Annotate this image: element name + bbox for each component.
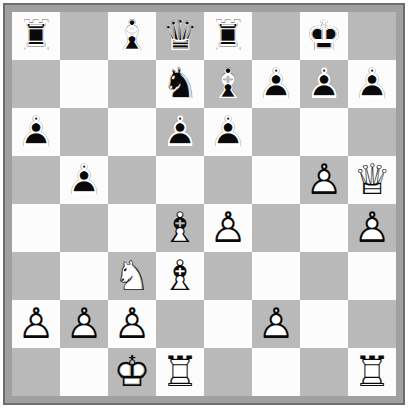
- square-e1[interactable]: [204, 348, 252, 396]
- piece-glyph-fill: ♟: [252, 60, 300, 108]
- piece-glyph-outline: ♘: [108, 252, 156, 300]
- piece-glyph-outline: ♔: [108, 348, 156, 396]
- piece-white-pawn[interactable]: ♟♙: [300, 156, 348, 204]
- square-e3[interactable]: [204, 252, 252, 300]
- piece-white-rook[interactable]: ♜♖: [156, 348, 204, 396]
- piece-glyph-fill: ♞: [108, 252, 156, 300]
- piece-white-bishop[interactable]: ♝♗: [156, 204, 204, 252]
- square-g6[interactable]: [300, 108, 348, 156]
- piece-glyph-outline: ♕: [156, 12, 204, 60]
- square-c5[interactable]: [108, 156, 156, 204]
- square-f1[interactable]: [252, 348, 300, 396]
- piece-glyph-fill: ♟: [204, 204, 252, 252]
- piece-glyph-fill: ♟: [108, 300, 156, 348]
- piece-glyph-outline: ♙: [60, 156, 108, 204]
- square-g7[interactable]: ♟♙: [300, 60, 348, 108]
- piece-glyph-fill: ♛: [348, 156, 396, 204]
- chess-board: ♜♖♝♗♛♕♜♖♚♔♞♘♝♗♟♙♟♙♟♙♟♙♟♙♟♙♟♙♟♙♛♕♝♗♟♙♟♙♞♘…: [12, 12, 396, 396]
- piece-glyph-fill: ♝: [156, 204, 204, 252]
- piece-glyph-fill: ♝: [108, 12, 156, 60]
- piece-white-pawn[interactable]: ♟♙: [12, 300, 60, 348]
- piece-glyph-outline: ♖: [204, 12, 252, 60]
- square-b4[interactable]: [60, 204, 108, 252]
- square-h4[interactable]: ♟♙: [348, 204, 396, 252]
- piece-glyph-fill: ♞: [156, 60, 204, 108]
- square-e8[interactable]: ♜♖: [204, 12, 252, 60]
- square-d1[interactable]: ♜♖: [156, 348, 204, 396]
- piece-glyph-fill: ♟: [60, 300, 108, 348]
- square-g8[interactable]: ♚♔: [300, 12, 348, 60]
- square-e6[interactable]: ♟♙: [204, 108, 252, 156]
- piece-black-pawn[interactable]: ♟♙: [60, 156, 108, 204]
- piece-glyph-fill: ♟: [252, 300, 300, 348]
- square-f2[interactable]: ♟♙: [252, 300, 300, 348]
- piece-black-knight[interactable]: ♞♘: [156, 60, 204, 108]
- square-c7[interactable]: [108, 60, 156, 108]
- piece-glyph-fill: ♟: [156, 108, 204, 156]
- square-e7[interactable]: ♝♗: [204, 60, 252, 108]
- piece-glyph-outline: ♙: [204, 204, 252, 252]
- piece-glyph-outline: ♙: [300, 60, 348, 108]
- piece-white-rook[interactable]: ♜♖: [348, 348, 396, 396]
- piece-white-queen[interactable]: ♛♕: [348, 156, 396, 204]
- square-f8[interactable]: [252, 12, 300, 60]
- square-b8[interactable]: [60, 12, 108, 60]
- square-g2[interactable]: [300, 300, 348, 348]
- piece-white-pawn[interactable]: ♟♙: [252, 300, 300, 348]
- square-e2[interactable]: [204, 300, 252, 348]
- square-g4[interactable]: [300, 204, 348, 252]
- piece-glyph-fill: ♟: [12, 108, 60, 156]
- piece-glyph-outline: ♗: [156, 204, 204, 252]
- piece-white-bishop[interactable]: ♝♗: [156, 252, 204, 300]
- square-c6[interactable]: [108, 108, 156, 156]
- piece-glyph-outline: ♙: [12, 300, 60, 348]
- piece-white-pawn[interactable]: ♟♙: [108, 300, 156, 348]
- piece-black-rook[interactable]: ♜♖: [12, 12, 60, 60]
- piece-white-knight[interactable]: ♞♘: [108, 252, 156, 300]
- square-a6[interactable]: ♟♙: [12, 108, 60, 156]
- piece-black-pawn[interactable]: ♟♙: [12, 108, 60, 156]
- piece-glyph-fill: ♟: [348, 204, 396, 252]
- piece-glyph-fill: ♛: [156, 12, 204, 60]
- square-c2[interactable]: ♟♙: [108, 300, 156, 348]
- piece-black-pawn[interactable]: ♟♙: [252, 60, 300, 108]
- piece-glyph-fill: ♝: [156, 252, 204, 300]
- square-g3[interactable]: [300, 252, 348, 300]
- square-h3[interactable]: [348, 252, 396, 300]
- square-h5[interactable]: ♛♕: [348, 156, 396, 204]
- piece-black-pawn[interactable]: ♟♙: [204, 108, 252, 156]
- square-b3[interactable]: [60, 252, 108, 300]
- piece-glyph-fill: ♜: [348, 348, 396, 396]
- piece-glyph-outline: ♙: [204, 108, 252, 156]
- piece-glyph-outline: ♙: [252, 60, 300, 108]
- square-h6[interactable]: [348, 108, 396, 156]
- square-a8[interactable]: ♜♖: [12, 12, 60, 60]
- square-b6[interactable]: [60, 108, 108, 156]
- piece-glyph-fill: ♟: [300, 60, 348, 108]
- piece-white-pawn[interactable]: ♟♙: [60, 300, 108, 348]
- square-f5[interactable]: [252, 156, 300, 204]
- piece-glyph-outline: ♕: [348, 156, 396, 204]
- piece-glyph-outline: ♙: [108, 300, 156, 348]
- piece-glyph-fill: ♚: [108, 348, 156, 396]
- piece-glyph-outline: ♖: [12, 12, 60, 60]
- square-d8[interactable]: ♛♕: [156, 12, 204, 60]
- square-g5[interactable]: ♟♙: [300, 156, 348, 204]
- piece-glyph-fill: ♚: [300, 12, 348, 60]
- piece-white-pawn[interactable]: ♟♙: [204, 204, 252, 252]
- square-d3[interactable]: ♝♗: [156, 252, 204, 300]
- square-h2[interactable]: [348, 300, 396, 348]
- piece-white-king[interactable]: ♚♔: [108, 348, 156, 396]
- piece-glyph-fill: ♜: [156, 348, 204, 396]
- square-b2[interactable]: ♟♙: [60, 300, 108, 348]
- piece-glyph-fill: ♟: [204, 108, 252, 156]
- square-a5[interactable]: [12, 156, 60, 204]
- square-f4[interactable]: [252, 204, 300, 252]
- square-f7[interactable]: ♟♙: [252, 60, 300, 108]
- square-g1[interactable]: [300, 348, 348, 396]
- piece-black-rook[interactable]: ♜♖: [204, 12, 252, 60]
- piece-glyph-fill: ♟: [60, 156, 108, 204]
- piece-glyph-fill: ♜: [12, 12, 60, 60]
- square-c1[interactable]: ♚♔: [108, 348, 156, 396]
- piece-glyph-outline: ♖: [156, 348, 204, 396]
- piece-black-bishop[interactable]: ♝♗: [108, 12, 156, 60]
- square-a3[interactable]: [12, 252, 60, 300]
- square-c8[interactable]: ♝♗: [108, 12, 156, 60]
- piece-glyph-fill: ♟: [348, 60, 396, 108]
- square-a1[interactable]: [12, 348, 60, 396]
- piece-glyph-fill: ♝: [204, 60, 252, 108]
- square-a4[interactable]: [12, 204, 60, 252]
- piece-glyph-outline: ♖: [348, 348, 396, 396]
- piece-black-pawn[interactable]: ♟♙: [300, 60, 348, 108]
- board-frame: ♜♖♝♗♛♕♜♖♚♔♞♘♝♗♟♙♟♙♟♙♟♙♟♙♟♙♟♙♟♙♛♕♝♗♟♙♟♙♞♘…: [3, 3, 405, 405]
- piece-glyph-outline: ♙: [348, 60, 396, 108]
- square-f6[interactable]: [252, 108, 300, 156]
- piece-glyph-fill: ♟: [12, 300, 60, 348]
- piece-black-bishop[interactable]: ♝♗: [204, 60, 252, 108]
- piece-glyph-outline: ♔: [300, 12, 348, 60]
- piece-glyph-fill: ♟: [300, 156, 348, 204]
- square-d4[interactable]: ♝♗: [156, 204, 204, 252]
- piece-glyph-outline: ♗: [108, 12, 156, 60]
- square-c3[interactable]: ♞♘: [108, 252, 156, 300]
- square-h8[interactable]: [348, 12, 396, 60]
- piece-black-queen[interactable]: ♛♕: [156, 12, 204, 60]
- piece-glyph-outline: ♘: [156, 60, 204, 108]
- square-e5[interactable]: [204, 156, 252, 204]
- square-a7[interactable]: [12, 60, 60, 108]
- piece-black-king[interactable]: ♚♔: [300, 12, 348, 60]
- piece-glyph-outline: ♗: [156, 252, 204, 300]
- piece-glyph-outline: ♙: [252, 300, 300, 348]
- square-d6[interactable]: ♟♙: [156, 108, 204, 156]
- square-a2[interactable]: ♟♙: [12, 300, 60, 348]
- square-f3[interactable]: [252, 252, 300, 300]
- square-d2[interactable]: [156, 300, 204, 348]
- square-d7[interactable]: ♞♘: [156, 60, 204, 108]
- square-c4[interactable]: [108, 204, 156, 252]
- square-b5[interactable]: ♟♙: [60, 156, 108, 204]
- piece-glyph-outline: ♙: [300, 156, 348, 204]
- piece-white-pawn[interactable]: ♟♙: [348, 204, 396, 252]
- piece-glyph-outline: ♙: [12, 108, 60, 156]
- piece-black-pawn[interactable]: ♟♙: [348, 60, 396, 108]
- piece-glyph-outline: ♙: [156, 108, 204, 156]
- piece-glyph-outline: ♙: [348, 204, 396, 252]
- piece-glyph-outline: ♗: [204, 60, 252, 108]
- square-h7[interactable]: ♟♙: [348, 60, 396, 108]
- square-d5[interactable]: [156, 156, 204, 204]
- piece-glyph-fill: ♜: [204, 12, 252, 60]
- square-b1[interactable]: [60, 348, 108, 396]
- square-b7[interactable]: [60, 60, 108, 108]
- piece-black-pawn[interactable]: ♟♙: [156, 108, 204, 156]
- square-e4[interactable]: ♟♙: [204, 204, 252, 252]
- square-h1[interactable]: ♜♖: [348, 348, 396, 396]
- piece-glyph-outline: ♙: [60, 300, 108, 348]
